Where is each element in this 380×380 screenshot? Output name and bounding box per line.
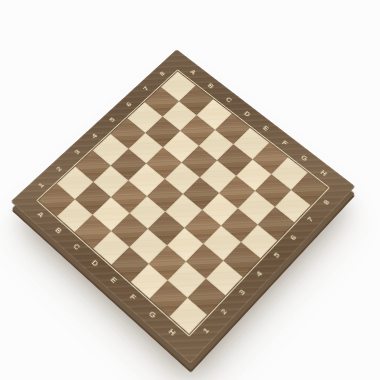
chessboard: ABCDEFGH ABCDEFGH 87654321 87654321 [11,49,356,363]
squares-grid [39,72,327,334]
photo-stage: ABCDEFGH ABCDEFGH 87654321 87654321 [0,0,380,380]
